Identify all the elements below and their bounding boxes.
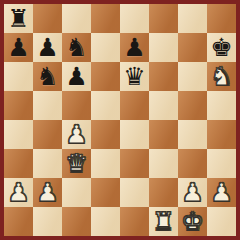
square-h4[interactable]: [207, 120, 236, 149]
chess-board: ♜♟♟♞♟♚♞♟♛♞♟♛♟♟♟♟♜♚: [4, 4, 236, 236]
square-b2[interactable]: ♟: [33, 178, 62, 207]
black-pawn-piece[interactable]: ♟: [7, 33, 29, 62]
square-f7[interactable]: [149, 33, 178, 62]
white-pawn-piece[interactable]: ♟: [36, 178, 58, 207]
square-d3[interactable]: [91, 149, 120, 178]
black-queen-piece[interactable]: ♛: [123, 62, 145, 91]
square-c7[interactable]: ♞: [62, 33, 91, 62]
square-b1[interactable]: [33, 207, 62, 236]
square-c3[interactable]: ♛: [62, 149, 91, 178]
square-b8[interactable]: [33, 4, 62, 33]
square-h3[interactable]: [207, 149, 236, 178]
black-pawn-piece[interactable]: ♟: [65, 62, 87, 91]
square-g3[interactable]: [178, 149, 207, 178]
square-h5[interactable]: [207, 91, 236, 120]
square-g6[interactable]: [178, 62, 207, 91]
square-e5[interactable]: [120, 91, 149, 120]
board-frame: ♜♟♟♞♟♚♞♟♛♞♟♛♟♟♟♟♜♚: [0, 0, 240, 240]
black-pawn-piece[interactable]: ♟: [123, 33, 145, 62]
square-f4[interactable]: [149, 120, 178, 149]
square-c4[interactable]: ♟: [62, 120, 91, 149]
square-f3[interactable]: [149, 149, 178, 178]
white-knight-piece[interactable]: ♞: [210, 62, 232, 91]
square-f1[interactable]: ♜: [149, 207, 178, 236]
white-queen-piece[interactable]: ♛: [65, 149, 87, 178]
square-e4[interactable]: [120, 120, 149, 149]
square-h2[interactable]: ♟: [207, 178, 236, 207]
square-c8[interactable]: [62, 4, 91, 33]
square-g8[interactable]: [178, 4, 207, 33]
square-h1[interactable]: [207, 207, 236, 236]
black-knight-piece[interactable]: ♞: [65, 33, 87, 62]
square-e3[interactable]: [120, 149, 149, 178]
white-pawn-piece[interactable]: ♟: [65, 120, 87, 149]
square-h8[interactable]: [207, 4, 236, 33]
square-h6[interactable]: ♞: [207, 62, 236, 91]
black-pawn-piece[interactable]: ♟: [36, 33, 58, 62]
square-b5[interactable]: [33, 91, 62, 120]
square-d1[interactable]: [91, 207, 120, 236]
white-rook-piece[interactable]: ♜: [152, 207, 174, 236]
square-f5[interactable]: [149, 91, 178, 120]
square-c6[interactable]: ♟: [62, 62, 91, 91]
square-a2[interactable]: ♟: [4, 178, 33, 207]
square-d8[interactable]: [91, 4, 120, 33]
square-b3[interactable]: [33, 149, 62, 178]
black-rook-piece[interactable]: ♜: [7, 4, 29, 33]
square-f6[interactable]: [149, 62, 178, 91]
white-pawn-piece[interactable]: ♟: [181, 178, 203, 207]
square-d6[interactable]: [91, 62, 120, 91]
square-g7[interactable]: [178, 33, 207, 62]
square-e6[interactable]: ♛: [120, 62, 149, 91]
square-c5[interactable]: [62, 91, 91, 120]
square-c1[interactable]: [62, 207, 91, 236]
square-g2[interactable]: ♟: [178, 178, 207, 207]
square-f2[interactable]: [149, 178, 178, 207]
square-a7[interactable]: ♟: [4, 33, 33, 62]
white-pawn-piece[interactable]: ♟: [7, 178, 29, 207]
square-d5[interactable]: [91, 91, 120, 120]
square-d4[interactable]: [91, 120, 120, 149]
square-e2[interactable]: [120, 178, 149, 207]
square-e7[interactable]: ♟: [120, 33, 149, 62]
square-g5[interactable]: [178, 91, 207, 120]
square-d7[interactable]: [91, 33, 120, 62]
white-pawn-piece[interactable]: ♟: [210, 178, 232, 207]
square-a4[interactable]: [4, 120, 33, 149]
square-g1[interactable]: ♚: [178, 207, 207, 236]
black-knight-piece[interactable]: ♞: [36, 62, 58, 91]
square-g4[interactable]: [178, 120, 207, 149]
square-b7[interactable]: ♟: [33, 33, 62, 62]
square-e8[interactable]: [120, 4, 149, 33]
square-b4[interactable]: [33, 120, 62, 149]
square-a5[interactable]: [4, 91, 33, 120]
square-a1[interactable]: [4, 207, 33, 236]
square-a6[interactable]: [4, 62, 33, 91]
square-f8[interactable]: [149, 4, 178, 33]
white-king-piece[interactable]: ♚: [181, 207, 203, 236]
square-d2[interactable]: [91, 178, 120, 207]
square-a8[interactable]: ♜: [4, 4, 33, 33]
square-e1[interactable]: [120, 207, 149, 236]
square-c2[interactable]: [62, 178, 91, 207]
square-a3[interactable]: [4, 149, 33, 178]
square-b6[interactable]: ♞: [33, 62, 62, 91]
square-h7[interactable]: ♚: [207, 33, 236, 62]
black-king-piece[interactable]: ♚: [210, 33, 232, 62]
